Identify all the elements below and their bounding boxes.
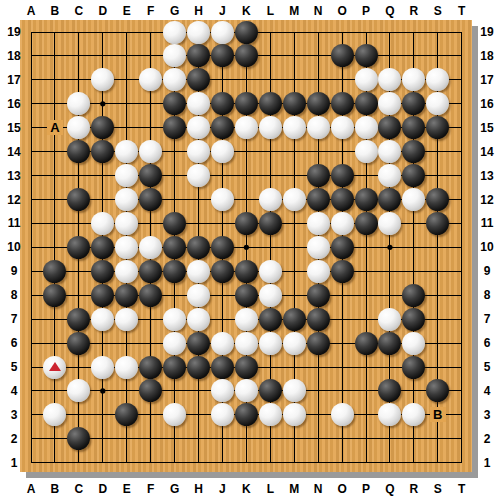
white-stone[interactable] bbox=[307, 236, 330, 259]
coordinate-label: A bbox=[21, 481, 41, 497]
black-stone[interactable] bbox=[307, 164, 330, 187]
black-stone[interactable] bbox=[331, 92, 354, 115]
black-stone[interactable] bbox=[163, 236, 186, 259]
coordinate-label: K bbox=[236, 3, 256, 19]
white-stone[interactable] bbox=[307, 116, 330, 139]
white-stone[interactable] bbox=[187, 260, 210, 283]
black-stone[interactable] bbox=[67, 308, 90, 331]
black-stone[interactable] bbox=[402, 284, 425, 307]
coordinate-label: R bbox=[404, 481, 424, 497]
coordinate-label: 8 bbox=[1, 287, 27, 303]
coordinate-label: G bbox=[165, 3, 185, 19]
coordinate-label: H bbox=[189, 481, 209, 497]
black-stone[interactable] bbox=[163, 212, 186, 235]
white-stone[interactable] bbox=[235, 116, 258, 139]
black-stone[interactable] bbox=[307, 308, 330, 331]
coordinate-label: 3 bbox=[474, 407, 500, 423]
white-stone[interactable] bbox=[163, 308, 186, 331]
coordinate-label: E bbox=[117, 3, 137, 19]
black-stone[interactable] bbox=[378, 332, 401, 355]
coordinate-label: M bbox=[284, 3, 304, 19]
coordinate-label: N bbox=[308, 481, 328, 497]
white-stone[interactable] bbox=[283, 332, 306, 355]
white-stone[interactable] bbox=[283, 116, 306, 139]
white-stone[interactable] bbox=[402, 332, 425, 355]
white-stone[interactable] bbox=[163, 332, 186, 355]
white-stone[interactable] bbox=[211, 21, 234, 44]
black-stone[interactable] bbox=[402, 356, 425, 379]
coordinate-label: Q bbox=[380, 481, 400, 497]
black-stone[interactable] bbox=[331, 260, 354, 283]
coordinate-label: 4 bbox=[1, 383, 27, 399]
white-stone[interactable] bbox=[115, 308, 138, 331]
coordinate-label: 9 bbox=[474, 263, 500, 279]
coordinate-label: L bbox=[260, 3, 280, 19]
black-stone[interactable] bbox=[331, 236, 354, 259]
coordinate-label: T bbox=[452, 481, 472, 497]
coordinate-label: A bbox=[21, 3, 41, 19]
black-stone[interactable] bbox=[307, 284, 330, 307]
black-stone[interactable] bbox=[307, 188, 330, 211]
black-stone[interactable] bbox=[139, 260, 162, 283]
coordinate-label: 16 bbox=[474, 96, 500, 112]
coordinate-label: N bbox=[308, 3, 328, 19]
coordinate-label: K bbox=[236, 481, 256, 497]
white-stone[interactable] bbox=[163, 21, 186, 44]
coordinate-label: 13 bbox=[1, 168, 27, 184]
black-stone[interactable] bbox=[283, 308, 306, 331]
white-stone[interactable] bbox=[355, 68, 378, 91]
coordinate-label: 19 bbox=[1, 24, 27, 40]
black-stone[interactable] bbox=[211, 356, 234, 379]
black-stone[interactable] bbox=[307, 332, 330, 355]
triangle-marker bbox=[49, 362, 61, 371]
coordinate-label: R bbox=[404, 3, 424, 19]
white-stone[interactable] bbox=[211, 140, 234, 163]
coordinate-label: J bbox=[212, 3, 232, 19]
black-stone[interactable] bbox=[139, 284, 162, 307]
coordinate-label: C bbox=[69, 3, 89, 19]
white-stone[interactable] bbox=[307, 260, 330, 283]
coordinate-label: T bbox=[452, 3, 472, 19]
white-stone[interactable] bbox=[283, 188, 306, 211]
white-stone[interactable] bbox=[307, 212, 330, 235]
black-stone[interactable] bbox=[355, 92, 378, 115]
point-label-B: B bbox=[430, 407, 446, 422]
coordinate-label: F bbox=[141, 3, 161, 19]
coordinate-label: F bbox=[141, 481, 161, 497]
black-stone[interactable] bbox=[402, 308, 425, 331]
black-stone[interactable] bbox=[259, 308, 282, 331]
black-stone[interactable] bbox=[355, 332, 378, 355]
black-stone[interactable] bbox=[259, 212, 282, 235]
black-stone[interactable] bbox=[187, 236, 210, 259]
white-stone[interactable] bbox=[187, 164, 210, 187]
black-stone[interactable] bbox=[211, 116, 234, 139]
coordinate-label: 13 bbox=[474, 168, 500, 184]
point-label-A: A bbox=[47, 120, 63, 135]
white-stone[interactable] bbox=[259, 116, 282, 139]
black-stone[interactable] bbox=[331, 44, 354, 67]
coordinate-label: 4 bbox=[474, 383, 500, 399]
coordinate-label: 19 bbox=[474, 24, 500, 40]
white-stone[interactable] bbox=[331, 116, 354, 139]
coordinate-label: B bbox=[45, 481, 65, 497]
coordinate-label: 15 bbox=[1, 120, 27, 136]
coordinate-label: P bbox=[356, 3, 376, 19]
coordinate-label: 6 bbox=[1, 335, 27, 351]
black-stone[interactable] bbox=[235, 21, 258, 44]
white-stone[interactable] bbox=[259, 260, 282, 283]
black-stone[interactable] bbox=[235, 212, 258, 235]
white-stone[interactable] bbox=[115, 356, 138, 379]
black-stone[interactable] bbox=[235, 284, 258, 307]
black-stone[interactable] bbox=[211, 236, 234, 259]
coordinate-label: 1 bbox=[1, 455, 27, 471]
coordinate-label: 12 bbox=[474, 192, 500, 208]
coordinate-label: 1 bbox=[474, 455, 500, 471]
coordinate-label: 14 bbox=[1, 144, 27, 160]
black-stone[interactable] bbox=[139, 356, 162, 379]
black-stone[interactable] bbox=[91, 236, 114, 259]
black-stone[interactable] bbox=[259, 92, 282, 115]
coordinate-label: M bbox=[284, 481, 304, 497]
coordinate-label: 15 bbox=[474, 120, 500, 136]
white-stone[interactable] bbox=[259, 332, 282, 355]
white-stone[interactable] bbox=[187, 284, 210, 307]
coordinate-label: 17 bbox=[474, 72, 500, 88]
black-stone[interactable] bbox=[331, 164, 354, 187]
black-stone[interactable] bbox=[235, 260, 258, 283]
black-stone[interactable] bbox=[139, 188, 162, 211]
white-stone[interactable] bbox=[115, 236, 138, 259]
black-stone[interactable] bbox=[91, 284, 114, 307]
white-stone[interactable] bbox=[211, 332, 234, 355]
coordinate-label: 3 bbox=[1, 407, 27, 423]
white-stone[interactable] bbox=[187, 140, 210, 163]
coordinate-label: O bbox=[332, 481, 352, 497]
white-stone[interactable] bbox=[115, 260, 138, 283]
black-stone[interactable] bbox=[355, 212, 378, 235]
black-stone[interactable] bbox=[43, 284, 66, 307]
black-stone[interactable] bbox=[67, 332, 90, 355]
black-stone[interactable] bbox=[187, 356, 210, 379]
coordinate-label: 5 bbox=[474, 359, 500, 375]
coordinate-label: B bbox=[45, 3, 65, 19]
go-board-page: AABBCCDDEEFFGGHHJJKKLLMMNNOOPPQQRRSSTT19… bbox=[0, 0, 500, 500]
white-stone[interactable] bbox=[91, 308, 114, 331]
black-stone[interactable] bbox=[163, 260, 186, 283]
white-stone[interactable] bbox=[283, 403, 306, 426]
white-stone[interactable] bbox=[235, 308, 258, 331]
white-stone[interactable] bbox=[331, 403, 354, 426]
white-stone[interactable] bbox=[187, 308, 210, 331]
coordinate-label: S bbox=[428, 3, 448, 19]
coordinate-label: 18 bbox=[1, 48, 27, 64]
black-stone[interactable] bbox=[307, 92, 330, 115]
coordinate-label: D bbox=[93, 481, 113, 497]
coordinate-label: 18 bbox=[474, 48, 500, 64]
white-stone[interactable] bbox=[259, 188, 282, 211]
coordinate-label: E bbox=[117, 481, 137, 497]
coordinate-label: O bbox=[332, 3, 352, 19]
coordinate-label: 12 bbox=[1, 192, 27, 208]
white-stone[interactable] bbox=[91, 356, 114, 379]
black-stone[interactable] bbox=[235, 92, 258, 115]
coordinate-label: 17 bbox=[1, 72, 27, 88]
white-stone[interactable] bbox=[331, 212, 354, 235]
black-stone[interactable] bbox=[91, 260, 114, 283]
white-stone[interactable] bbox=[115, 212, 138, 235]
black-stone[interactable] bbox=[115, 284, 138, 307]
coordinate-label: 2 bbox=[1, 431, 27, 447]
coordinate-label: D bbox=[93, 3, 113, 19]
coordinate-label: 5 bbox=[1, 359, 27, 375]
coordinate-label: 9 bbox=[1, 263, 27, 279]
coordinate-label: P bbox=[356, 481, 376, 497]
coordinate-label: 14 bbox=[474, 144, 500, 160]
white-stone[interactable] bbox=[139, 236, 162, 259]
white-stone[interactable] bbox=[355, 140, 378, 163]
coordinate-label: 8 bbox=[474, 287, 500, 303]
white-stone[interactable] bbox=[378, 308, 401, 331]
coordinate-label: 10 bbox=[1, 239, 27, 255]
black-stone[interactable] bbox=[355, 44, 378, 67]
coordinate-label: Q bbox=[380, 3, 400, 19]
black-stone[interactable] bbox=[187, 332, 210, 355]
coordinate-label: 16 bbox=[1, 96, 27, 112]
black-stone[interactable] bbox=[211, 260, 234, 283]
coordinate-label: H bbox=[189, 3, 209, 19]
coordinate-label: 10 bbox=[474, 239, 500, 255]
white-stone[interactable] bbox=[187, 21, 210, 44]
coordinate-label: 6 bbox=[474, 335, 500, 351]
coordinate-label: S bbox=[428, 481, 448, 497]
black-stone[interactable] bbox=[355, 188, 378, 211]
coordinate-label: 7 bbox=[474, 311, 500, 327]
black-stone[interactable] bbox=[331, 188, 354, 211]
coordinate-label: L bbox=[260, 481, 280, 497]
coordinate-label: 2 bbox=[474, 431, 500, 447]
coordinate-label: J bbox=[212, 481, 232, 497]
black-stone[interactable] bbox=[283, 92, 306, 115]
white-stone[interactable] bbox=[235, 332, 258, 355]
white-stone[interactable] bbox=[355, 116, 378, 139]
coordinate-label: 7 bbox=[1, 311, 27, 327]
coordinate-label: G bbox=[165, 481, 185, 497]
white-stone[interactable] bbox=[211, 188, 234, 211]
coordinate-label: 11 bbox=[474, 215, 500, 231]
coordinate-label: 11 bbox=[1, 215, 27, 231]
black-stone[interactable] bbox=[163, 356, 186, 379]
coordinate-label: C bbox=[69, 481, 89, 497]
black-stone[interactable] bbox=[235, 356, 258, 379]
white-stone[interactable] bbox=[259, 284, 282, 307]
